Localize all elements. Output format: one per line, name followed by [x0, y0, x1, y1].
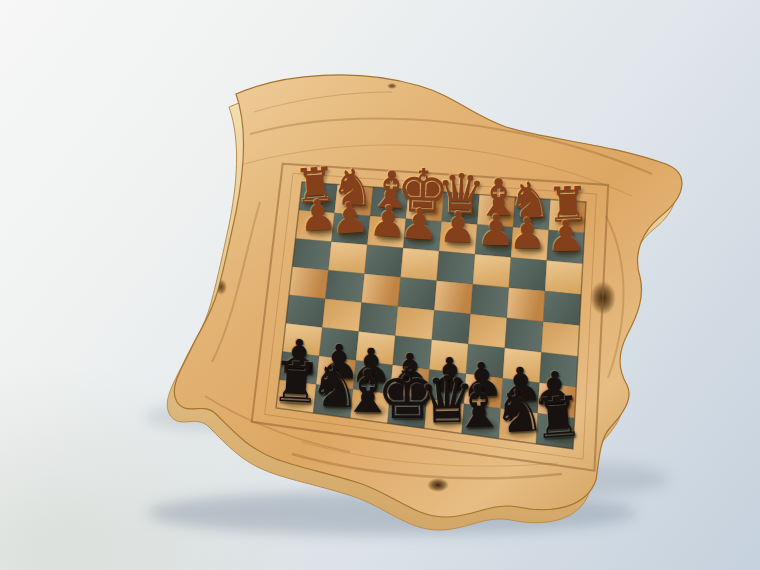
square-b1	[513, 197, 551, 230]
square-c3	[473, 254, 511, 287]
square-e4	[398, 277, 437, 310]
square-e6	[393, 336, 432, 370]
square-b3	[509, 257, 547, 291]
square-b6	[503, 348, 542, 383]
square-f2	[367, 216, 406, 248]
square-g3	[328, 242, 367, 274]
chess-set-photo: Rustic olive wood chess set with hand-ca…	[40, 16, 760, 570]
square-g4	[325, 270, 364, 302]
square-h1	[299, 182, 338, 213]
square-f5	[359, 303, 398, 336]
square-e3	[401, 248, 440, 281]
square-d4	[434, 281, 473, 314]
square-a3	[545, 261, 583, 295]
square-c6	[466, 344, 505, 378]
square-h3	[292, 239, 331, 271]
square-d7	[427, 369, 466, 403]
square-f6	[356, 332, 395, 365]
square-a4	[543, 291, 581, 325]
square-g5	[322, 299, 361, 332]
square-d1	[442, 192, 480, 224]
square-a5	[541, 322, 579, 357]
square-h4	[289, 267, 328, 299]
board-svg	[40, 16, 760, 570]
square-b5	[505, 318, 543, 352]
square-f3	[365, 245, 404, 277]
square-c1	[477, 195, 515, 228]
square-g6	[319, 327, 359, 360]
square-d5	[432, 310, 471, 344]
square-h5	[286, 295, 326, 327]
square-g1	[335, 185, 374, 216]
square-a6	[540, 352, 578, 387]
square-e5	[395, 306, 434, 339]
square-a2	[547, 230, 585, 264]
square-f4	[362, 274, 401, 307]
square-b4	[507, 288, 545, 322]
square-c2	[475, 224, 513, 257]
square-a1	[549, 200, 586, 233]
square-e1	[406, 190, 444, 222]
square-h6	[283, 323, 323, 356]
square-c5	[468, 314, 507, 348]
square-c4	[471, 284, 509, 318]
square-d6	[429, 340, 468, 374]
square-d3	[437, 251, 475, 284]
square-f1	[370, 187, 408, 219]
square-h2	[296, 210, 335, 241]
square-g2	[331, 213, 370, 245]
